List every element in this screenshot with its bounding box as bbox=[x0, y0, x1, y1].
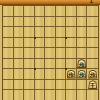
board-square-6-7[interactable] bbox=[35, 69, 46, 80]
shogi-piece-pawn[interactable]: 歩 bbox=[67, 70, 76, 79]
pawn-kanji: 歩 bbox=[68, 71, 74, 78]
board-square-1-3[interactable] bbox=[87, 27, 98, 38]
board-square-7-9[interactable] bbox=[24, 90, 35, 100]
board-square-4-8[interactable] bbox=[56, 80, 67, 91]
board-square-7-2[interactable] bbox=[24, 17, 35, 28]
shogi-piece-pawn[interactable]: 歩 bbox=[77, 59, 86, 68]
board-square-1-8[interactable]: 王 bbox=[87, 80, 98, 91]
board-square-9-6[interactable] bbox=[3, 59, 14, 70]
board-square-6-9[interactable] bbox=[35, 90, 46, 100]
board-square-3-9[interactable] bbox=[66, 90, 77, 100]
board-square-3-6[interactable] bbox=[66, 59, 77, 70]
board-square-4-9[interactable] bbox=[56, 90, 67, 100]
board-square-9-3[interactable] bbox=[3, 27, 14, 38]
board-square-6-1[interactable] bbox=[35, 6, 46, 17]
board-square-2-1[interactable] bbox=[77, 6, 88, 17]
board-square-8-1[interactable] bbox=[14, 6, 25, 17]
board-square-3-7[interactable]: 歩 bbox=[66, 69, 77, 80]
board-square-5-5[interactable] bbox=[45, 48, 56, 59]
board-square-2-2[interactable] bbox=[77, 17, 88, 28]
board-square-3-4[interactable] bbox=[66, 38, 77, 49]
board-square-3-1[interactable] bbox=[66, 6, 77, 17]
board-square-8-3[interactable] bbox=[14, 27, 25, 38]
board-square-5-2[interactable] bbox=[45, 17, 56, 28]
board-square-4-4[interactable] bbox=[56, 38, 67, 49]
piece-face: 歩 bbox=[78, 71, 85, 78]
board-square-5-9[interactable] bbox=[45, 90, 56, 100]
board-square-5-3[interactable] bbox=[45, 27, 56, 38]
board-square-3-8[interactable] bbox=[66, 80, 77, 91]
piece-face: 歩 bbox=[78, 60, 85, 67]
board-square-1-9[interactable] bbox=[87, 90, 98, 100]
piece-face: 歩 bbox=[89, 71, 96, 78]
shogi-board: 歩歩歩歩王 bbox=[2, 5, 99, 100]
board-square-4-2[interactable] bbox=[56, 17, 67, 28]
board-square-9-7[interactable] bbox=[3, 69, 14, 80]
top-header-bar: 1 bbox=[0, 0, 100, 5]
board-square-5-6[interactable] bbox=[45, 59, 56, 70]
board-square-7-5[interactable] bbox=[24, 48, 35, 59]
board-square-2-4[interactable] bbox=[77, 38, 88, 49]
board-square-6-2[interactable] bbox=[35, 17, 46, 28]
board-square-5-7[interactable] bbox=[45, 69, 56, 80]
board-square-2-3[interactable] bbox=[77, 27, 88, 38]
star-point bbox=[34, 68, 36, 70]
board-square-2-7[interactable]: 歩 bbox=[77, 69, 88, 80]
pawn-kanji: 歩 bbox=[90, 71, 96, 78]
board-square-6-8[interactable] bbox=[35, 80, 46, 91]
pawn-kanji: 歩 bbox=[79, 61, 85, 68]
shogi-piece-king[interactable]: 王 bbox=[88, 80, 97, 89]
board-square-9-1[interactable] bbox=[3, 6, 14, 17]
board-square-8-8[interactable] bbox=[14, 80, 25, 91]
board-square-4-7[interactable] bbox=[56, 69, 67, 80]
star-point bbox=[34, 37, 36, 39]
piece-face: 王 bbox=[89, 81, 96, 88]
board-square-7-4[interactable] bbox=[24, 38, 35, 49]
board-square-3-2[interactable] bbox=[66, 17, 77, 28]
file-coordinate-label: 1 bbox=[90, 0, 93, 4]
board-square-9-8[interactable] bbox=[3, 80, 14, 91]
board-square-1-2[interactable] bbox=[87, 17, 98, 28]
board-square-8-9[interactable] bbox=[14, 90, 25, 100]
board-square-1-1[interactable] bbox=[87, 6, 98, 17]
board-square-6-4[interactable] bbox=[35, 38, 46, 49]
board-square-2-8[interactable] bbox=[77, 80, 88, 91]
board-square-8-5[interactable] bbox=[14, 48, 25, 59]
board-square-3-3[interactable] bbox=[66, 27, 77, 38]
shogi-piece-pawn[interactable]: 歩 bbox=[77, 70, 86, 79]
board-square-6-3[interactable] bbox=[35, 27, 46, 38]
board-square-6-6[interactable] bbox=[35, 59, 46, 70]
board-square-9-9[interactable] bbox=[3, 90, 14, 100]
board-square-8-7[interactable] bbox=[14, 69, 25, 80]
board-square-7-7[interactable] bbox=[24, 69, 35, 80]
board-square-3-5[interactable] bbox=[66, 48, 77, 59]
star-point bbox=[65, 68, 67, 70]
board-square-8-2[interactable] bbox=[14, 17, 25, 28]
board-square-1-6[interactable] bbox=[87, 59, 98, 70]
shogi-piece-pawn[interactable]: 歩 bbox=[88, 70, 97, 79]
piece-face: 歩 bbox=[68, 71, 75, 78]
board-square-4-1[interactable] bbox=[56, 6, 67, 17]
board-square-6-5[interactable] bbox=[35, 48, 46, 59]
board-square-8-4[interactable] bbox=[14, 38, 25, 49]
board-square-7-8[interactable] bbox=[24, 80, 35, 91]
board-square-2-5[interactable] bbox=[77, 48, 88, 59]
board-square-5-1[interactable] bbox=[45, 6, 56, 17]
board-square-2-6[interactable]: 歩 bbox=[77, 59, 88, 70]
board-square-8-6[interactable] bbox=[14, 59, 25, 70]
board-square-7-1[interactable] bbox=[24, 6, 35, 17]
board-square-9-4[interactable] bbox=[3, 38, 14, 49]
board-grid: 歩歩歩歩王 bbox=[3, 6, 98, 100]
star-point bbox=[65, 37, 67, 39]
board-square-2-9[interactable] bbox=[77, 90, 88, 100]
king-kanji: 王 bbox=[90, 82, 96, 89]
board-square-5-8[interactable] bbox=[45, 80, 56, 91]
board-square-1-4[interactable] bbox=[87, 38, 98, 49]
pawn-kanji: 歩 bbox=[79, 71, 85, 78]
board-square-1-5[interactable] bbox=[87, 48, 98, 59]
board-square-9-5[interactable] bbox=[3, 48, 14, 59]
board-square-9-2[interactable] bbox=[3, 17, 14, 28]
board-square-1-7[interactable]: 歩 bbox=[87, 69, 98, 80]
board-square-4-5[interactable] bbox=[56, 48, 67, 59]
board-square-5-4[interactable] bbox=[45, 38, 56, 49]
